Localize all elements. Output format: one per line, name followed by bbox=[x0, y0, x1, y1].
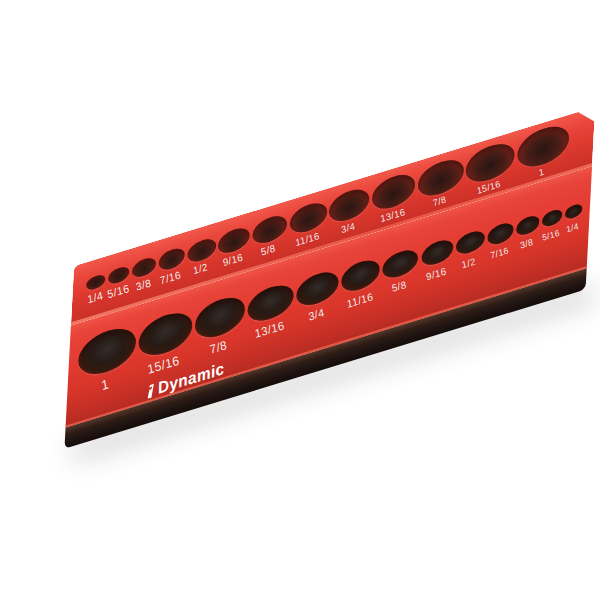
socket-hole-slot: 11/16 bbox=[288, 199, 327, 251]
socket-hole bbox=[158, 246, 185, 272]
socket-hole bbox=[465, 138, 516, 188]
socket-size-label: 11/16 bbox=[345, 290, 373, 310]
socket-hole bbox=[296, 267, 340, 310]
socket-hole-slot: 5/16 bbox=[107, 264, 131, 301]
socket-size-label: 1/2 bbox=[461, 255, 477, 270]
socket-hole bbox=[542, 208, 563, 228]
socket-size-label: 7/16 bbox=[489, 245, 509, 261]
socket-size-label: 9/16 bbox=[425, 266, 447, 283]
socket-size-label: 3/8 bbox=[135, 276, 152, 293]
socket-hole-slot: 3/4 bbox=[295, 267, 340, 327]
socket-hole bbox=[252, 212, 288, 247]
socket-hole-slot: 1/2 bbox=[186, 236, 216, 279]
socket-hole bbox=[132, 255, 157, 279]
socket-hole bbox=[247, 280, 295, 327]
socket-hole bbox=[329, 185, 371, 226]
socket-hole-slot: 7/16 bbox=[486, 221, 514, 262]
socket-hole-slot: 1/4 bbox=[564, 203, 583, 235]
socket-size-label: 1 bbox=[538, 167, 545, 179]
socket-hole bbox=[138, 307, 194, 361]
socket-hole bbox=[417, 155, 465, 202]
socket-hole bbox=[77, 322, 137, 380]
socket-hole bbox=[382, 246, 419, 282]
socket-hole bbox=[371, 170, 416, 214]
socket-organizer-tray: 1/4 5/16 3/8 7/16 1/2 9/16 5/8 11/16 3/4… bbox=[64, 107, 595, 449]
socket-hole-slot: 1/2 bbox=[454, 228, 485, 273]
socket-hole-slot: 13/16 bbox=[370, 170, 415, 228]
socket-size-label: 5/8 bbox=[261, 242, 277, 257]
socket-hole bbox=[565, 203, 583, 221]
socket-hole bbox=[341, 256, 381, 295]
socket-size-label: 1 bbox=[101, 376, 111, 393]
socket-hole-slot: 5/8 bbox=[251, 212, 287, 261]
socket-size-label: 1/2 bbox=[192, 261, 208, 276]
socket-size-label: 1/4 bbox=[86, 289, 104, 306]
socket-hole-slot: 13/16 bbox=[246, 280, 295, 344]
socket-hole-slot: 5/16 bbox=[541, 208, 563, 243]
socket-size-label: 3/4 bbox=[340, 220, 356, 235]
socket-size-label: 5/16 bbox=[542, 227, 561, 242]
socket-hole bbox=[455, 228, 485, 257]
product-photo-background: 1/4 5/16 3/8 7/16 1/2 9/16 5/8 11/16 3/4… bbox=[0, 0, 600, 600]
socket-hole-slot: 3/8 bbox=[515, 214, 540, 252]
socket-hole bbox=[187, 236, 217, 265]
socket-hole-slot: 3/4 bbox=[328, 185, 370, 240]
socket-size-label: 13/16 bbox=[254, 320, 285, 341]
socket-hole-slot: 5/8 bbox=[381, 246, 419, 298]
socket-hole-slot: 11/16 bbox=[340, 256, 381, 312]
socket-hole-slot: 7/8 bbox=[416, 155, 464, 214]
socket-hole-slot: 1/4 bbox=[85, 273, 106, 307]
dynamic-slash-icon bbox=[145, 383, 156, 399]
socket-hole bbox=[516, 214, 540, 237]
socket-hole bbox=[421, 237, 454, 269]
socket-size-label: 5/16 bbox=[106, 282, 130, 301]
socket-hole bbox=[516, 120, 570, 173]
socket-hole-slot: 9/16 bbox=[217, 225, 250, 271]
socket-size-label: 1/4 bbox=[566, 220, 580, 234]
socket-size-label: 11/16 bbox=[294, 230, 320, 248]
socket-hole bbox=[487, 221, 514, 247]
socket-hole bbox=[289, 199, 328, 237]
socket-size-label: 3/4 bbox=[308, 306, 326, 323]
socket-hole-slot: 9/16 bbox=[420, 237, 454, 285]
socket-hole-slot: 15/16 bbox=[137, 307, 194, 381]
socket-size-label: 9/16 bbox=[222, 251, 244, 268]
socket-hole-slot: 7/8 bbox=[193, 292, 246, 362]
socket-hole bbox=[218, 225, 251, 257]
socket-size-label: 7/16 bbox=[159, 268, 182, 286]
socket-hole-slot: 7/16 bbox=[158, 246, 186, 287]
socket-size-label: 7/8 bbox=[432, 195, 447, 209]
socket-size-label: 3/8 bbox=[519, 236, 534, 250]
socket-size-label: 5/8 bbox=[391, 279, 407, 294]
socket-hole bbox=[194, 292, 246, 343]
socket-size-label: 7/8 bbox=[209, 337, 228, 356]
socket-hole-slot: 1 bbox=[76, 322, 137, 401]
socket-hole-slot: 3/8 bbox=[131, 255, 157, 294]
